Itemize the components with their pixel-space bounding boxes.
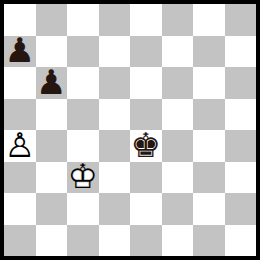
square-c1[interactable] bbox=[67, 225, 99, 257]
square-a4[interactable]: ♟♙ bbox=[4, 130, 36, 162]
square-f2[interactable] bbox=[162, 193, 194, 225]
square-f3[interactable] bbox=[162, 162, 194, 194]
black-pawn-glyph: ♟ bbox=[36, 65, 68, 99]
square-f4[interactable] bbox=[162, 130, 194, 162]
square-d3[interactable] bbox=[99, 162, 131, 194]
square-e8[interactable] bbox=[130, 4, 162, 36]
white-king[interactable]: ♚♔ bbox=[67, 162, 99, 194]
square-f7[interactable] bbox=[162, 36, 194, 68]
square-e1[interactable] bbox=[130, 225, 162, 257]
chess-board: ♟♟♟♙♚♚♔ bbox=[4, 4, 256, 256]
square-f5[interactable] bbox=[162, 99, 194, 131]
square-h7[interactable] bbox=[225, 36, 257, 68]
square-d5[interactable] bbox=[99, 99, 131, 131]
square-b8[interactable] bbox=[36, 4, 68, 36]
square-d8[interactable] bbox=[99, 4, 131, 36]
square-e3[interactable] bbox=[130, 162, 162, 194]
square-b3[interactable] bbox=[36, 162, 68, 194]
square-c7[interactable] bbox=[67, 36, 99, 68]
square-e6[interactable] bbox=[130, 67, 162, 99]
square-h3[interactable] bbox=[225, 162, 257, 194]
square-g3[interactable] bbox=[193, 162, 225, 194]
chess-board-frame: ♟♟♟♙♚♚♔ bbox=[0, 0, 260, 260]
square-g2[interactable] bbox=[193, 193, 225, 225]
square-h1[interactable] bbox=[225, 225, 257, 257]
square-b1[interactable] bbox=[36, 225, 68, 257]
square-f8[interactable] bbox=[162, 4, 194, 36]
square-c3[interactable]: ♚♔ bbox=[67, 162, 99, 194]
square-c8[interactable] bbox=[67, 4, 99, 36]
square-h8[interactable] bbox=[225, 4, 257, 36]
square-d2[interactable] bbox=[99, 193, 131, 225]
square-b5[interactable] bbox=[36, 99, 68, 131]
black-king[interactable]: ♚ bbox=[130, 130, 162, 162]
square-g5[interactable] bbox=[193, 99, 225, 131]
square-b2[interactable] bbox=[36, 193, 68, 225]
square-g6[interactable] bbox=[193, 67, 225, 99]
square-d4[interactable] bbox=[99, 130, 131, 162]
square-c5[interactable] bbox=[67, 99, 99, 131]
square-a7[interactable]: ♟ bbox=[4, 36, 36, 68]
square-g4[interactable] bbox=[193, 130, 225, 162]
white-pawn-outline: ♙ bbox=[4, 128, 36, 162]
square-e7[interactable] bbox=[130, 36, 162, 68]
square-c6[interactable] bbox=[67, 67, 99, 99]
square-a3[interactable] bbox=[4, 162, 36, 194]
square-g7[interactable] bbox=[193, 36, 225, 68]
square-f1[interactable] bbox=[162, 225, 194, 257]
square-b6[interactable]: ♟ bbox=[36, 67, 68, 99]
square-e4[interactable]: ♚ bbox=[130, 130, 162, 162]
black-pawn-glyph: ♟ bbox=[4, 33, 36, 67]
square-a1[interactable] bbox=[4, 225, 36, 257]
square-e2[interactable] bbox=[130, 193, 162, 225]
square-d6[interactable] bbox=[99, 67, 131, 99]
black-pawn[interactable]: ♟ bbox=[4, 36, 36, 68]
square-d1[interactable] bbox=[99, 225, 131, 257]
white-king-outline: ♔ bbox=[67, 159, 99, 193]
square-g1[interactable] bbox=[193, 225, 225, 257]
square-g8[interactable] bbox=[193, 4, 225, 36]
square-h6[interactable] bbox=[225, 67, 257, 99]
square-f6[interactable] bbox=[162, 67, 194, 99]
square-h4[interactable] bbox=[225, 130, 257, 162]
square-h5[interactable] bbox=[225, 99, 257, 131]
square-h2[interactable] bbox=[225, 193, 257, 225]
square-b4[interactable] bbox=[36, 130, 68, 162]
white-pawn[interactable]: ♟♙ bbox=[4, 130, 36, 162]
black-king-glyph: ♚ bbox=[130, 128, 162, 162]
square-a2[interactable] bbox=[4, 193, 36, 225]
black-pawn[interactable]: ♟ bbox=[36, 67, 68, 99]
square-c2[interactable] bbox=[67, 193, 99, 225]
square-d7[interactable] bbox=[99, 36, 131, 68]
square-a6[interactable] bbox=[4, 67, 36, 99]
